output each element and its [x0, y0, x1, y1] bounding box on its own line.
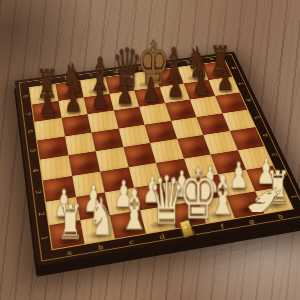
- rank-label-left-8: 8: [18, 88, 31, 106]
- chess-board: abcdefgh abcdefgh 87654321 87654321 ♜♞♝♛…: [15, 51, 300, 266]
- piece-white-bishop-c1[interactable]: ♝: [118, 182, 139, 238]
- piece-white-queen-d1[interactable]: ♛: [149, 168, 170, 235]
- piece-white-knight-b1[interactable]: ♞: [88, 191, 109, 243]
- rank-label-left-7: 7: [20, 104, 34, 123]
- table-scene: abcdefgh abcdefgh 87654321 87654321 ♜♞♝♛…: [0, 0, 300, 300]
- piece-white-rook-a1[interactable]: ♜: [57, 199, 78, 247]
- rank-label-left-4: 4: [27, 160, 42, 182]
